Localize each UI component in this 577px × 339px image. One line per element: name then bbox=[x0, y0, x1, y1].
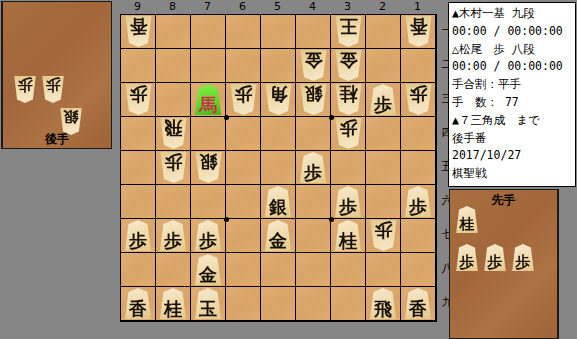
cell-15[interactable] bbox=[401, 151, 436, 185]
hand-piece-fu[interactable]: 歩 bbox=[455, 244, 479, 271]
info-line-8: 2017/10/27 bbox=[452, 147, 575, 165]
piece-hisha[interactable]: 飛 bbox=[159, 118, 188, 149]
cell-34[interactable]: 歩 bbox=[331, 117, 366, 151]
piece-gin[interactable]: 銀 bbox=[264, 186, 293, 217]
hoshi-dot bbox=[224, 115, 229, 120]
cell-21[interactable] bbox=[366, 15, 401, 49]
file-label-8: 8 bbox=[155, 0, 190, 14]
cell-71[interactable] bbox=[191, 15, 226, 49]
hand-piece-keima[interactable]: 桂 bbox=[455, 206, 479, 233]
cell-82[interactable] bbox=[156, 49, 191, 83]
piece-fu[interactable]: 歩 bbox=[124, 84, 153, 115]
hand-piece-fu[interactable]: 歩 bbox=[13, 76, 37, 103]
info-line-1: 00:00 / 00:00:00 bbox=[452, 23, 575, 41]
cell-64[interactable] bbox=[226, 117, 261, 151]
cell-58[interactable] bbox=[261, 253, 296, 287]
piece-kyosha[interactable]: 香 bbox=[124, 288, 153, 319]
cell-17[interactable] bbox=[401, 219, 436, 253]
cell-61[interactable] bbox=[226, 15, 261, 49]
cell-54[interactable] bbox=[261, 117, 296, 151]
hand-piece-gin[interactable]: 銀 bbox=[59, 108, 83, 135]
hoshi-dot bbox=[224, 217, 229, 222]
cell-44[interactable] bbox=[296, 117, 331, 151]
cell-55[interactable] bbox=[261, 151, 296, 185]
cell-67[interactable] bbox=[226, 219, 261, 253]
cell-87[interactable]: 歩 bbox=[156, 219, 191, 253]
cell-76[interactable] bbox=[191, 185, 226, 219]
piece-keima[interactable]: 桂 bbox=[334, 220, 363, 251]
info-line-0: ▲木村一基 九段 bbox=[452, 5, 575, 23]
cell-23[interactable]: 歩 bbox=[366, 83, 401, 117]
file-labels: 987654321 bbox=[120, 0, 437, 14]
cell-39[interactable] bbox=[331, 287, 366, 321]
file-label-5: 5 bbox=[260, 0, 295, 14]
cell-94[interactable] bbox=[121, 117, 156, 151]
cell-85[interactable]: 歩 bbox=[156, 151, 191, 185]
cell-65[interactable] bbox=[226, 151, 261, 185]
cell-51[interactable] bbox=[261, 15, 296, 49]
hoshi-dot bbox=[329, 115, 334, 120]
cell-73[interactable]: 馬 bbox=[191, 83, 226, 117]
cell-89[interactable]: 桂 bbox=[156, 287, 191, 321]
cell-29[interactable]: 飛 bbox=[366, 287, 401, 321]
info-line-2: △松尾 歩 八段 bbox=[452, 41, 575, 59]
piece-kin[interactable]: 金 bbox=[194, 254, 223, 285]
piece-fu[interactable]: 歩 bbox=[369, 84, 398, 115]
piece-ou[interactable]: 王 bbox=[334, 16, 363, 47]
cell-49[interactable] bbox=[296, 287, 331, 321]
piece-fu[interactable]: 歩 bbox=[369, 220, 398, 251]
cell-99[interactable]: 香 bbox=[121, 287, 156, 321]
cell-37[interactable]: 桂 bbox=[331, 219, 366, 253]
sente-hand-tray: 先手 桂歩歩歩 bbox=[449, 189, 559, 339]
hand-row: 歩歩歩 bbox=[455, 244, 535, 271]
cell-57[interactable]: 金 bbox=[261, 219, 296, 253]
piece-fu[interactable]: 歩 bbox=[159, 152, 188, 183]
file-label-3: 3 bbox=[330, 0, 365, 14]
cell-72[interactable] bbox=[191, 49, 226, 83]
cell-78[interactable]: 金 bbox=[191, 253, 226, 287]
cell-81[interactable] bbox=[156, 15, 191, 49]
file-label-4: 4 bbox=[295, 0, 330, 14]
cell-75[interactable]: 銀 bbox=[191, 151, 226, 185]
cell-33[interactable]: 桂 bbox=[331, 83, 366, 117]
gote-hand-tray: 後手 歩歩銀 bbox=[1, 1, 112, 149]
cell-68[interactable] bbox=[226, 253, 261, 287]
cell-93[interactable]: 歩 bbox=[121, 83, 156, 117]
piece-uma[interactable]: 馬 bbox=[194, 84, 223, 115]
cell-26[interactable] bbox=[366, 185, 401, 219]
cell-11[interactable]: 香 bbox=[401, 15, 436, 49]
cell-36[interactable]: 歩 bbox=[331, 185, 366, 219]
cell-43[interactable]: 銀 bbox=[296, 83, 331, 117]
cell-13[interactable]: 歩 bbox=[401, 83, 436, 117]
hand-row: 銀 bbox=[59, 108, 83, 135]
cell-47[interactable] bbox=[296, 219, 331, 253]
cell-25[interactable] bbox=[366, 151, 401, 185]
file-label-6: 6 bbox=[225, 0, 260, 14]
sente-label: 先手 bbox=[492, 192, 516, 209]
cell-95[interactable] bbox=[121, 151, 156, 185]
piece-kyosha[interactable]: 香 bbox=[404, 288, 433, 319]
piece-kin[interactable]: 金 bbox=[334, 50, 363, 81]
cell-84[interactable]: 飛 bbox=[156, 117, 191, 151]
piece-kin[interactable]: 金 bbox=[299, 50, 328, 81]
cell-69[interactable] bbox=[226, 287, 261, 321]
cell-16[interactable]: 歩 bbox=[401, 185, 436, 219]
piece-kyosha[interactable]: 香 bbox=[404, 16, 433, 47]
file-label-1: 1 bbox=[400, 0, 435, 14]
cell-92[interactable] bbox=[121, 49, 156, 83]
info-line-3: 00:00 / 00:00:00 bbox=[452, 58, 575, 76]
cell-53[interactable]: 角 bbox=[261, 83, 296, 117]
info-line-6: ▲７三角成 まで bbox=[452, 112, 575, 130]
cell-14[interactable] bbox=[401, 117, 436, 151]
cell-63[interactable]: 歩 bbox=[226, 83, 261, 117]
cell-24[interactable] bbox=[366, 117, 401, 151]
piece-keima[interactable]: 桂 bbox=[334, 84, 363, 115]
piece-keima[interactable]: 桂 bbox=[159, 288, 188, 319]
piece-gyoku[interactable]: 玉 bbox=[194, 288, 223, 319]
cell-19[interactable]: 香 bbox=[401, 287, 436, 321]
info-panel: ▲木村一基 九段00:00 / 00:00:00△松尾 歩 八段00:00 / … bbox=[448, 2, 576, 187]
hand-piece-fu[interactable]: 歩 bbox=[483, 244, 507, 271]
hand-row: 歩歩 bbox=[13, 76, 65, 103]
info-line-9: 棋聖戦 bbox=[452, 165, 575, 183]
piece-fu[interactable]: 歩 bbox=[229, 84, 258, 115]
cell-96[interactable] bbox=[121, 185, 156, 219]
cell-45[interactable]: 歩 bbox=[296, 151, 331, 185]
piece-fu[interactable]: 歩 bbox=[404, 186, 433, 217]
cell-59[interactable] bbox=[261, 287, 296, 321]
shogi-board: 香王香金金歩馬歩角銀桂歩歩飛歩歩銀歩銀歩歩歩歩歩金桂歩金香桂玉飛香 bbox=[120, 14, 437, 322]
piece-fu[interactable]: 歩 bbox=[194, 220, 223, 251]
cell-31[interactable]: 王 bbox=[331, 15, 366, 49]
cell-27[interactable]: 歩 bbox=[366, 219, 401, 253]
file-label-9: 9 bbox=[120, 0, 155, 14]
piece-fu[interactable]: 歩 bbox=[404, 84, 433, 115]
cell-22[interactable] bbox=[366, 49, 401, 83]
cell-91[interactable]: 香 bbox=[121, 15, 156, 49]
file-label-2: 2 bbox=[365, 0, 400, 14]
app-window: 後手 歩歩銀 987654321 香王香金金歩馬歩角銀桂歩歩飛歩歩銀歩銀歩歩歩歩… bbox=[0, 0, 577, 339]
cell-74[interactable] bbox=[191, 117, 226, 151]
hand-row: 桂 bbox=[455, 206, 479, 233]
cell-42[interactable]: 金 bbox=[296, 49, 331, 83]
info-line-4: 手合割：平手 bbox=[452, 76, 575, 94]
cell-86[interactable] bbox=[156, 185, 191, 219]
piece-fu[interactable]: 歩 bbox=[159, 220, 188, 251]
cell-97[interactable]: 歩 bbox=[121, 219, 156, 253]
piece-fu[interactable]: 歩 bbox=[299, 152, 328, 183]
cell-88[interactable] bbox=[156, 253, 191, 287]
piece-fu[interactable]: 歩 bbox=[334, 186, 363, 217]
hand-piece-fu[interactable]: 歩 bbox=[41, 76, 65, 103]
cell-83[interactable] bbox=[156, 83, 191, 117]
piece-gin[interactable]: 銀 bbox=[299, 84, 328, 115]
piece-hisha[interactable]: 飛 bbox=[369, 288, 398, 319]
cell-28[interactable] bbox=[366, 253, 401, 287]
cell-35[interactable] bbox=[331, 151, 366, 185]
hand-piece-fu[interactable]: 歩 bbox=[511, 244, 535, 271]
cell-98[interactable] bbox=[121, 253, 156, 287]
info-line-7: 後手番 bbox=[452, 130, 575, 148]
piece-gin[interactable]: 銀 bbox=[194, 152, 223, 183]
cell-38[interactable] bbox=[331, 253, 366, 287]
cell-46[interactable] bbox=[296, 185, 331, 219]
cell-18[interactable] bbox=[401, 253, 436, 287]
cell-48[interactable] bbox=[296, 253, 331, 287]
cell-41[interactable] bbox=[296, 15, 331, 49]
cell-79[interactable]: 玉 bbox=[191, 287, 226, 321]
cell-56[interactable]: 銀 bbox=[261, 185, 296, 219]
cell-62[interactable] bbox=[226, 49, 261, 83]
piece-kyosha[interactable]: 香 bbox=[124, 16, 153, 47]
hoshi-dot bbox=[329, 217, 334, 222]
info-line-5: 手 数： 77 bbox=[452, 94, 575, 112]
cell-52[interactable] bbox=[261, 49, 296, 83]
file-label-7: 7 bbox=[190, 0, 225, 14]
cell-66[interactable] bbox=[226, 185, 261, 219]
piece-kin[interactable]: 金 bbox=[264, 220, 293, 251]
cell-12[interactable] bbox=[401, 49, 436, 83]
piece-fu[interactable]: 歩 bbox=[334, 118, 363, 149]
piece-fu[interactable]: 歩 bbox=[124, 220, 153, 251]
piece-kaku[interactable]: 角 bbox=[264, 84, 293, 115]
cell-32[interactable]: 金 bbox=[331, 49, 366, 83]
cell-77[interactable]: 歩 bbox=[191, 219, 226, 253]
